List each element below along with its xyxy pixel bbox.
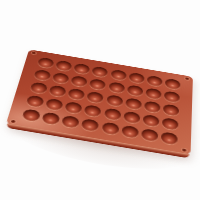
mold-cavity [61,115,80,129]
mold-cavity [103,108,121,121]
corner-hole-top-left [32,52,36,55]
corner-hole-bottom-right [182,148,186,152]
mold-cavity [121,125,139,139]
mold-cavity [67,88,85,101]
mold-cavity [123,111,140,124]
corner-hole-top-right [185,77,189,80]
mold-cavity [73,63,90,75]
mold-cavity [84,105,102,118]
mold-cavity [29,82,48,95]
mold-cavity [64,101,82,114]
cavity-grid [19,55,183,148]
mold-cavity [164,91,180,103]
mold-cavity [165,78,181,90]
mold-cavity [110,69,127,81]
mold-cavity [101,122,119,136]
mold-cavity [147,75,163,87]
mold-cavity [127,84,144,96]
mold-cavity [163,104,179,117]
mold-cavity [106,94,123,107]
mold-cavity [25,95,44,108]
mold-cavity [143,114,160,127]
mold-cavity [145,87,161,99]
mold-cavity [128,72,144,84]
mold-cavity [141,128,159,142]
mold-cavity [21,109,40,123]
mold-cavity [37,57,55,69]
mold-cavity [33,69,51,81]
corner-hole-bottom-left [11,120,16,123]
mold-cavity [48,85,66,98]
mold-cavity [52,72,70,84]
mold-cavity [89,78,106,90]
mold-cavity [45,98,64,111]
mold-cavity [108,81,125,93]
mold-cavity [81,119,99,133]
mold-cavity [162,117,179,130]
mold-cavity [161,132,178,146]
mold-cavity [70,75,88,87]
product-photo [0,0,200,200]
mold-cavity [41,112,60,126]
mold-cavity [125,97,142,110]
mold-cavity [55,60,72,72]
mold-cavity [144,101,161,114]
mold-cavity [87,91,105,104]
mold-cavity [92,66,109,78]
